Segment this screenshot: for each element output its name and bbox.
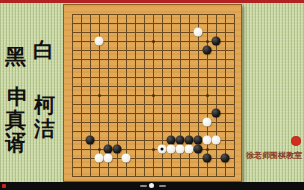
- grid-line-horizontal: [72, 176, 235, 177]
- hoshi-point: [206, 40, 209, 43]
- white-stone: [158, 145, 167, 154]
- top-red-bar: [0, 0, 304, 3]
- white-stone: [95, 154, 104, 163]
- black-stone: [185, 136, 194, 145]
- black-stone: [212, 37, 221, 46]
- go-grid: [72, 14, 234, 176]
- black-stone: [203, 46, 212, 55]
- black-stone: [194, 145, 203, 154]
- right-panel: 徐老师围棋教室: [243, 0, 304, 190]
- black-stone: [212, 109, 221, 118]
- black-name-char3: 谞: [5, 132, 26, 153]
- black-label: 黑: [5, 46, 26, 67]
- channel-badge-icon: [291, 136, 301, 146]
- progress-segment-left: [140, 185, 147, 187]
- grid-line-horizontal: [72, 167, 235, 168]
- grid-line-vertical: [234, 14, 235, 177]
- black-stone: [104, 145, 113, 154]
- last-move-marker: [161, 148, 164, 151]
- hoshi-point: [206, 148, 209, 151]
- white-stone: [203, 118, 212, 127]
- black-stone: [113, 145, 122, 154]
- hoshi-point: [206, 94, 209, 97]
- white-stone: [212, 136, 221, 145]
- go-board: [63, 4, 242, 182]
- white-stone: [185, 145, 194, 154]
- hoshi-point: [152, 40, 155, 43]
- hoshi-point: [152, 94, 155, 97]
- white-name-char2: 洁: [34, 118, 55, 139]
- black-stone: [167, 136, 176, 145]
- white-stone: [167, 145, 176, 154]
- black-name-char1: 申: [7, 86, 28, 107]
- white-stone: [203, 136, 212, 145]
- white-stone: [194, 28, 203, 37]
- progress-knob[interactable]: [149, 183, 154, 188]
- grid-line-horizontal: [72, 104, 235, 105]
- left-panel: 黑 申 真 谞 白 柯 洁: [0, 0, 63, 190]
- black-stone: [194, 136, 203, 145]
- progress-segment-right: [159, 185, 166, 187]
- white-stone: [104, 154, 113, 163]
- grid-line-horizontal: [72, 131, 235, 132]
- white-stone: [95, 37, 104, 46]
- black-stone: [221, 154, 230, 163]
- white-stone: [122, 154, 131, 163]
- black-stone: [176, 136, 185, 145]
- white-label: 白: [33, 39, 54, 60]
- hoshi-point: [98, 148, 101, 151]
- hoshi-point: [152, 148, 155, 151]
- channel-watermark: 徐老师围棋教室: [246, 151, 304, 160]
- record-icon: [2, 184, 6, 188]
- black-stone: [86, 136, 95, 145]
- video-frame: 黑 申 真 谞 白 柯 洁 徐老师围棋教室: [0, 0, 304, 190]
- white-name-char1: 柯: [34, 94, 55, 115]
- black-stone: [203, 154, 212, 163]
- white-stone: [176, 145, 185, 154]
- black-name-char2: 真: [5, 109, 26, 130]
- hoshi-point: [98, 94, 101, 97]
